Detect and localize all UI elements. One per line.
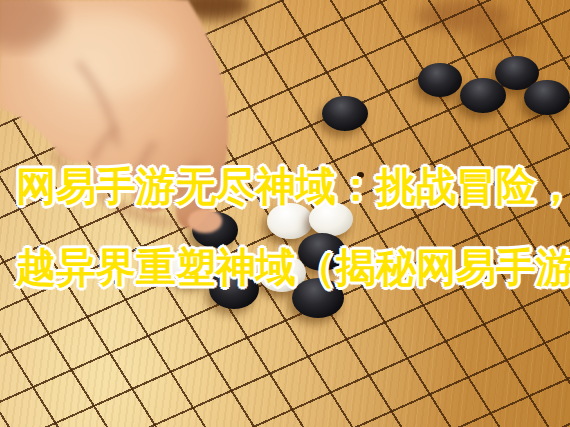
- go-photo-thumbnail: 网易手游无尽神域：挑战冒险，穿 越异界重塑神域（揭秘网易手游无: [0, 0, 570, 427]
- caption-line-2: 越异界重塑神域（揭秘网易手游无: [16, 227, 570, 308]
- black-stone: [524, 80, 570, 115]
- caption-line-1: 网易手游无尽神域：挑战冒险，穿: [16, 146, 570, 227]
- black-stone: [418, 63, 462, 97]
- caption-title: 网易手游无尽神域：挑战冒险，穿 越异界重塑神域（揭秘网易手游无: [16, 146, 570, 308]
- black-stone: [460, 78, 506, 113]
- black-stone: [322, 96, 368, 131]
